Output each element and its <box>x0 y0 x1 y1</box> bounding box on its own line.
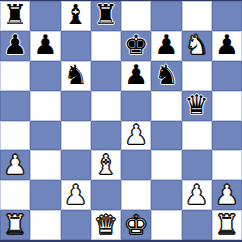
black-queen[interactable]: ♛ <box>185 91 209 118</box>
square-e7[interactable]: ♚ <box>121 31 151 61</box>
square-e3[interactable] <box>121 150 151 180</box>
square-a8[interactable]: ♜ <box>0 1 30 31</box>
square-h3[interactable] <box>212 150 242 180</box>
white-pawn[interactable]: ♟ <box>3 151 27 178</box>
square-g6[interactable] <box>182 61 212 91</box>
square-b4[interactable] <box>30 121 60 151</box>
square-d2[interactable] <box>91 180 121 210</box>
white-knight[interactable]: ♞ <box>185 31 209 58</box>
square-f8[interactable] <box>151 1 181 31</box>
white-pawn[interactable]: ♟ <box>215 181 239 208</box>
square-g2[interactable]: ♟ <box>182 180 212 210</box>
black-rook[interactable]: ♜ <box>3 1 27 28</box>
white-pawn[interactable]: ♟ <box>185 181 209 208</box>
square-b5[interactable] <box>30 91 60 121</box>
square-g5[interactable]: ♛ <box>182 91 212 121</box>
square-d6[interactable] <box>91 61 121 91</box>
square-g7[interactable]: ♞ <box>182 31 212 61</box>
square-c2[interactable]: ♟ <box>61 180 91 210</box>
square-c1[interactable] <box>61 210 91 240</box>
square-b8[interactable] <box>30 1 60 31</box>
square-b1[interactable] <box>30 210 60 240</box>
square-h5[interactable] <box>212 91 242 121</box>
square-d4[interactable] <box>91 121 121 151</box>
square-d8[interactable]: ♜ <box>91 1 121 31</box>
black-knight[interactable]: ♞ <box>154 61 178 88</box>
square-b7[interactable]: ♟ <box>30 31 60 61</box>
square-b2[interactable] <box>30 180 60 210</box>
square-d7[interactable] <box>91 31 121 61</box>
square-h4[interactable] <box>212 121 242 151</box>
square-e5[interactable] <box>121 91 151 121</box>
square-f2[interactable] <box>151 180 181 210</box>
square-g3[interactable] <box>182 150 212 180</box>
chess-board: ♜♝♜♟♟♚♟♞♟♞♟♞♛♟♟♝♟♟♟♜♛♚♜ <box>0 0 242 242</box>
white-rook[interactable]: ♜ <box>215 211 239 238</box>
square-f1[interactable] <box>151 210 181 240</box>
square-h1[interactable]: ♜ <box>212 210 242 240</box>
square-e6[interactable]: ♟ <box>121 61 151 91</box>
black-pawn[interactable]: ♟ <box>215 31 239 58</box>
square-a7[interactable]: ♟ <box>0 31 30 61</box>
square-a5[interactable] <box>0 91 30 121</box>
square-f6[interactable]: ♞ <box>151 61 181 91</box>
square-b3[interactable] <box>30 150 60 180</box>
square-c6[interactable]: ♞ <box>61 61 91 91</box>
square-h2[interactable]: ♟ <box>212 180 242 210</box>
square-c5[interactable] <box>61 91 91 121</box>
square-d3[interactable]: ♝ <box>91 150 121 180</box>
square-d5[interactable] <box>91 91 121 121</box>
black-knight[interactable]: ♞ <box>64 61 88 88</box>
square-c7[interactable] <box>61 31 91 61</box>
square-a1[interactable]: ♜ <box>0 210 30 240</box>
square-h6[interactable] <box>212 61 242 91</box>
white-king[interactable]: ♚ <box>124 211 148 238</box>
square-f5[interactable] <box>151 91 181 121</box>
square-e1[interactable]: ♚ <box>121 210 151 240</box>
white-bishop[interactable]: ♝ <box>94 151 118 178</box>
white-pawn[interactable]: ♟ <box>64 181 88 208</box>
black-pawn[interactable]: ♟ <box>154 31 178 58</box>
black-rook[interactable]: ♜ <box>94 1 118 28</box>
square-a2[interactable] <box>0 180 30 210</box>
square-b6[interactable] <box>30 61 60 91</box>
square-g1[interactable] <box>182 210 212 240</box>
square-h8[interactable] <box>212 1 242 31</box>
square-f4[interactable] <box>151 121 181 151</box>
square-g4[interactable] <box>182 121 212 151</box>
square-c3[interactable] <box>61 150 91 180</box>
square-c8[interactable]: ♝ <box>61 1 91 31</box>
square-a3[interactable]: ♟ <box>0 150 30 180</box>
white-rook[interactable]: ♜ <box>3 211 27 238</box>
square-f3[interactable] <box>151 150 181 180</box>
square-d1[interactable]: ♛ <box>91 210 121 240</box>
square-a6[interactable] <box>0 61 30 91</box>
black-pawn[interactable]: ♟ <box>3 31 27 58</box>
black-pawn[interactable]: ♟ <box>33 31 57 58</box>
square-f7[interactable]: ♟ <box>151 31 181 61</box>
square-g8[interactable] <box>182 1 212 31</box>
black-bishop[interactable]: ♝ <box>64 1 88 28</box>
square-a4[interactable] <box>0 121 30 151</box>
square-c4[interactable] <box>61 121 91 151</box>
black-king[interactable]: ♚ <box>124 31 148 58</box>
white-queen[interactable]: ♛ <box>94 211 118 238</box>
chess-board-container: ♜♝♜♟♟♚♟♞♟♞♟♞♛♟♟♝♟♟♟♜♛♚♜ <box>0 0 242 242</box>
square-e4[interactable]: ♟ <box>121 121 151 151</box>
square-e2[interactable] <box>121 180 151 210</box>
square-e8[interactable] <box>121 1 151 31</box>
white-pawn[interactable]: ♟ <box>124 121 148 148</box>
square-h7[interactable]: ♟ <box>212 31 242 61</box>
black-pawn[interactable]: ♟ <box>124 61 148 88</box>
